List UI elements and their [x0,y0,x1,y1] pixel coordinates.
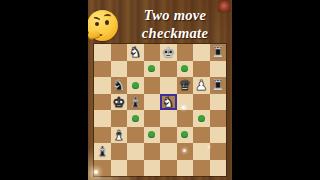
square-h8[interactable]: ♜ [210,44,227,61]
black-king: ♚ [160,44,177,61]
square-h2[interactable] [210,143,227,160]
square-h3[interactable] [210,127,227,144]
square-d2[interactable] [144,143,161,160]
move-hint-dot[interactable] [181,65,188,72]
square-e5[interactable]: ♞ [160,94,177,111]
square-a1[interactable] [94,160,111,177]
black-knight: ♞ [111,77,128,94]
square-g4[interactable] [193,110,210,127]
square-f6[interactable]: ♛ [177,77,194,94]
square-e6[interactable] [160,77,177,94]
move-hint-dot[interactable] [181,131,188,138]
square-b4[interactable] [111,110,128,127]
emoji-eye [95,22,99,26]
move-hint-dot[interactable] [198,115,205,122]
app-content: Two move checkmate ♞♚♜♞♛♟♜♚♝♞♝♝ [88,0,232,180]
square-d7[interactable] [144,61,161,78]
emoji-eyebrow [104,14,111,19]
move-hint-dot[interactable] [132,82,139,89]
square-c3[interactable] [127,127,144,144]
square-c4[interactable] [127,110,144,127]
move-hint-dot[interactable] [132,115,139,122]
square-g8[interactable] [193,44,210,61]
square-d6[interactable] [144,77,161,94]
video-frame: Two move checkmate ♞♚♜♞♛♟♜♚♝♞♝♝ [0,0,320,180]
square-f7[interactable] [177,61,194,78]
white-king: ♚ [111,94,128,111]
square-h4[interactable] [210,110,227,127]
puzzle-title: Two move checkmate [118,6,232,42]
square-c5[interactable]: ♝ [127,94,144,111]
square-c7[interactable] [127,61,144,78]
square-f2[interactable] [177,143,194,160]
square-e8[interactable]: ♚ [160,44,177,61]
move-hint-dot[interactable] [148,131,155,138]
square-g5[interactable] [193,94,210,111]
white-bishop: ♝ [111,127,128,144]
square-d1[interactable] [144,160,161,177]
white-queen: ♛ [177,77,194,94]
chess-board[interactable]: ♞♚♜♞♛♟♜♚♝♞♝♝ [94,44,226,176]
square-e2[interactable] [160,143,177,160]
emoji-eye [105,20,109,25]
square-b5[interactable]: ♚ [111,94,128,111]
square-h7[interactable] [210,61,227,78]
square-f4[interactable] [177,110,194,127]
square-h5[interactable] [210,94,227,111]
square-g1[interactable] [193,160,210,177]
puzzle-title-line1: Two move [118,6,232,24]
square-b8[interactable] [111,44,128,61]
square-g3[interactable] [193,127,210,144]
black-bishop: ♝ [127,94,144,111]
square-d5[interactable] [144,94,161,111]
square-a7[interactable] [94,61,111,78]
square-g6[interactable]: ♟ [193,77,210,94]
thinking-face-emoji [88,10,118,41]
square-f3[interactable] [177,127,194,144]
square-b6[interactable]: ♞ [111,77,128,94]
square-b7[interactable] [111,61,128,78]
square-f1[interactable] [177,160,194,177]
square-a2[interactable]: ♝ [94,143,111,160]
square-d8[interactable] [144,44,161,61]
square-a3[interactable] [94,127,111,144]
square-f5[interactable] [177,94,194,111]
square-d3[interactable] [144,127,161,144]
black-bishop: ♝ [94,143,111,160]
square-a4[interactable] [94,110,111,127]
square-a8[interactable] [94,44,111,61]
square-b2[interactable] [111,143,128,160]
square-c2[interactable] [127,143,144,160]
square-b1[interactable] [111,160,128,177]
letterbox-left [0,0,88,180]
white-knight: ♞ [160,94,177,111]
square-g2[interactable] [193,143,210,160]
app-logo-icon [218,1,230,12]
square-h6[interactable]: ♜ [210,77,227,94]
square-c8[interactable]: ♞ [127,44,144,61]
square-e7[interactable] [160,61,177,78]
square-e1[interactable] [160,160,177,177]
square-e3[interactable] [160,127,177,144]
square-c6[interactable] [127,77,144,94]
black-rook: ♜ [210,44,227,61]
white-pawn: ♟ [193,77,210,94]
emoji-hand [88,30,101,40]
square-a5[interactable] [94,94,111,111]
black-rook: ♜ [210,77,227,94]
square-d4[interactable] [144,110,161,127]
square-e4[interactable] [160,110,177,127]
square-g7[interactable] [193,61,210,78]
square-h1[interactable] [210,160,227,177]
square-b3[interactable]: ♝ [111,127,128,144]
square-c1[interactable] [127,160,144,177]
square-a6[interactable] [94,77,111,94]
square-f8[interactable] [177,44,194,61]
move-hint-dot[interactable] [148,65,155,72]
puzzle-title-line2: checkmate [118,24,232,42]
white-knight: ♞ [127,44,144,61]
letterbox-right [232,0,320,180]
